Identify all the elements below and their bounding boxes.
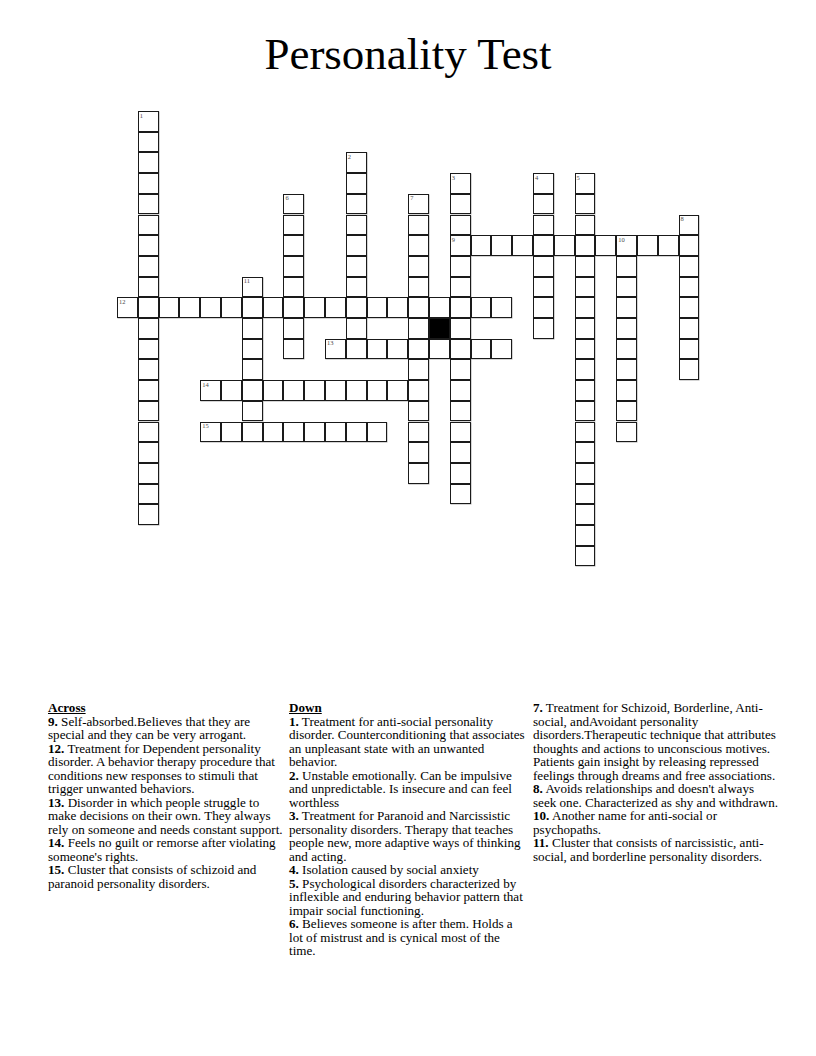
grid-cell-r1c1[interactable] <box>138 132 159 153</box>
grid-cell-r13c16[interactable] <box>450 380 471 401</box>
clue-number: 11. <box>533 835 549 850</box>
clue-number: 5. <box>289 876 299 891</box>
grid-cell-r5c1[interactable] <box>138 215 159 236</box>
grid-cell-r12c27[interactable] <box>679 359 700 380</box>
grid-cell-r11c18[interactable] <box>491 339 512 360</box>
grid-cell-r17c14[interactable] <box>408 463 429 484</box>
grid-cell-r13c12[interactable] <box>367 380 388 401</box>
clue-down-3: 3. Treatment for Paranoid and Narcissist… <box>289 809 529 863</box>
grid-cell-r13c4[interactable]: 14 <box>200 380 221 401</box>
grid-cell-r12c14[interactable] <box>408 359 429 380</box>
grid-cell-r12c24[interactable] <box>616 359 637 380</box>
grid-cell-r6c14[interactable] <box>408 235 429 256</box>
clue-down-4: 4. Isolation caused by social anxiety <box>289 863 529 877</box>
grid-cell-r15c16[interactable] <box>450 422 471 443</box>
grid-cell-r15c1[interactable] <box>138 422 159 443</box>
grid-cell-r3c1[interactable] <box>138 173 159 194</box>
cell-number-10: 10 <box>618 236 625 243</box>
grid-cell-r12c16[interactable] <box>450 359 471 380</box>
grid-cell-r9c6[interactable] <box>242 297 263 318</box>
grid-cell-r9c9[interactable] <box>304 297 325 318</box>
grid-cell-r3c11[interactable] <box>346 173 367 194</box>
grid-cell-r7c1[interactable] <box>138 256 159 277</box>
grid-cell-r6c11[interactable] <box>346 235 367 256</box>
grid-cell-r13c24[interactable] <box>616 380 637 401</box>
grid-cell-r4c11[interactable] <box>346 194 367 215</box>
grid-cell-r9c13[interactable] <box>387 297 408 318</box>
cell-number-13: 13 <box>327 339 334 346</box>
grid-cell-r7c11[interactable] <box>346 256 367 277</box>
grid-cell-r4c1[interactable] <box>138 194 159 215</box>
clue-across-13: 13. Disorder in which people struggle to… <box>48 796 285 837</box>
grid-cell-r11c12[interactable] <box>367 339 388 360</box>
clue-number: 9. <box>48 714 58 729</box>
grid-cell-r6c8[interactable] <box>283 235 304 256</box>
cell-number-8: 8 <box>681 215 684 222</box>
grid-cell-r11c6[interactable] <box>242 339 263 360</box>
grid-cell-r8c24[interactable] <box>616 277 637 298</box>
grid-cell-r6c25[interactable] <box>637 235 658 256</box>
clue-down-5: 5. Psychological disorders characterized… <box>289 877 529 918</box>
grid-cell-r18c22[interactable] <box>575 484 596 505</box>
grid-cell-r10c6[interactable] <box>242 318 263 339</box>
grid-cell-r6c17[interactable] <box>471 235 492 256</box>
grid-cell-r14c14[interactable] <box>408 401 429 422</box>
grid-cell-r8c14[interactable] <box>408 277 429 298</box>
grid-cell-r12c22[interactable] <box>575 359 596 380</box>
grid-cell-r21c22[interactable] <box>575 546 596 567</box>
clue-across-12: 12. Treatment for Dependent personality … <box>48 742 285 796</box>
cell-number-15: 15 <box>202 422 209 429</box>
grid-cell-r7c16[interactable] <box>450 256 471 277</box>
grid-cell-r6c16[interactable]: 9 <box>450 235 471 256</box>
grid-cell-r6c26[interactable] <box>658 235 679 256</box>
grid-cell-r9c18[interactable] <box>491 297 512 318</box>
grid-cell-r15c9[interactable] <box>304 422 325 443</box>
clue-number: 1. <box>289 714 299 729</box>
grid-cell-r9c22[interactable] <box>575 297 596 318</box>
cell-number-12: 12 <box>119 298 126 305</box>
grid-cell-r16c1[interactable] <box>138 442 159 463</box>
grid-cell-r11c15[interactable] <box>429 339 450 360</box>
grid-cell-r9c24[interactable] <box>616 297 637 318</box>
grid-cell-r9c2[interactable] <box>159 297 180 318</box>
grid-cell-r7c24[interactable] <box>616 256 637 277</box>
clue-down-6: 6. Believes someone is after them. Holds… <box>289 917 529 958</box>
grid-cell-r4c14[interactable]: 7 <box>408 194 429 215</box>
grid-cell-r13c7[interactable] <box>263 380 284 401</box>
cell-number-4: 4 <box>535 174 538 181</box>
grid-cell-r11c27[interactable] <box>679 339 700 360</box>
clue-down-11: 11. Cluster that consists of narcissisti… <box>533 836 780 863</box>
page-title: Personality Test <box>0 28 816 80</box>
grid-cell-r5c11[interactable] <box>346 215 367 236</box>
grid-cell-r11c22[interactable] <box>575 339 596 360</box>
cell-number-14: 14 <box>202 381 209 388</box>
grid-cell-r10c8[interactable] <box>283 318 304 339</box>
grid-cell-r9c20[interactable] <box>533 297 554 318</box>
grid-cell-r11c10[interactable]: 13 <box>325 339 346 360</box>
grid-cell-r8c27[interactable] <box>679 277 700 298</box>
clue-down-7: 7. Treatment for Schizoid, Borderline, A… <box>533 701 780 782</box>
grid-cell-r15c11[interactable] <box>346 422 367 443</box>
grid-cell-r15c8[interactable] <box>283 422 304 443</box>
grid-cell-r14c6[interactable] <box>242 401 263 422</box>
grid-cell-r2c11[interactable]: 2 <box>346 152 367 173</box>
grid-cell-r16c16[interactable] <box>450 442 471 463</box>
grid-cell-r16c14[interactable] <box>408 442 429 463</box>
grid-cell-r9c4[interactable] <box>200 297 221 318</box>
grid-cell-r12c1[interactable] <box>138 359 159 380</box>
grid-cell-r13c10[interactable] <box>325 380 346 401</box>
grid-cell-r17c22[interactable] <box>575 463 596 484</box>
grid-cell-r10c22[interactable] <box>575 318 596 339</box>
grid-cell-r5c16[interactable] <box>450 215 471 236</box>
grid-cell-r15c10[interactable] <box>325 422 346 443</box>
grid-cell-r13c13[interactable] <box>387 380 408 401</box>
crossword-grid: 123456789101112131415 <box>117 111 700 567</box>
clue-down-8: 8. Avoids relationships and doesn't alwa… <box>533 782 780 809</box>
grid-cell-r6c27[interactable] <box>679 235 700 256</box>
clue-column-down-2: 7. Treatment for Schizoid, Borderline, A… <box>533 701 780 863</box>
clue-down-10: 10. Another name for anti-social or psyc… <box>533 809 780 836</box>
grid-cell-r9c7[interactable] <box>263 297 284 318</box>
clue-number: 3. <box>289 808 299 823</box>
grid-cell-r10c14[interactable] <box>408 318 429 339</box>
grid-cell-r20c22[interactable] <box>575 525 596 546</box>
grid-cell-r10c1[interactable] <box>138 318 159 339</box>
grid-cell-r14c24[interactable] <box>616 401 637 422</box>
grid-cell-r6c22[interactable] <box>575 235 596 256</box>
grid-cell-r8c6[interactable]: 11 <box>242 277 263 298</box>
grid-cell-r13c9[interactable] <box>304 380 325 401</box>
clue-number: 12. <box>48 741 64 756</box>
grid-cell-r13c11[interactable] <box>346 380 367 401</box>
grid-cell-r12c6[interactable] <box>242 359 263 380</box>
cell-number-2: 2 <box>348 153 351 160</box>
grid-cell-r9c27[interactable] <box>679 297 700 318</box>
grid-cell-r10c11[interactable] <box>346 318 367 339</box>
grid-cell-r7c20[interactable] <box>533 256 554 277</box>
grid-cell-r15c5[interactable] <box>221 422 242 443</box>
grid-cell-r6c20[interactable] <box>533 235 554 256</box>
grid-cell-r7c27[interactable] <box>679 256 700 277</box>
grid-cell-r5c14[interactable] <box>408 215 429 236</box>
grid-cell-r5c8[interactable] <box>283 215 304 236</box>
clue-number: 7. <box>533 700 543 715</box>
grid-cell-r8c8[interactable] <box>283 277 304 298</box>
grid-cell-r9c15[interactable] <box>429 297 450 318</box>
grid-cell-r8c11[interactable] <box>346 277 367 298</box>
grid-cell-r9c10[interactable] <box>325 297 346 318</box>
grid-cell-r13c8[interactable] <box>283 380 304 401</box>
clue-number: 14. <box>48 835 64 850</box>
grid-cell-r8c20[interactable] <box>533 277 554 298</box>
grid-cell-r13c5[interactable] <box>221 380 242 401</box>
cell-number-1: 1 <box>140 112 143 119</box>
clue-down-1: 1. Treatment for anti-social personality… <box>289 715 529 769</box>
grid-cell-r18c16[interactable] <box>450 484 471 505</box>
grid-cell-r5c20[interactable] <box>533 215 554 236</box>
black-cell-r10c15 <box>429 318 450 339</box>
cell-number-3: 3 <box>452 174 455 181</box>
grid-cell-r9c5[interactable] <box>221 297 242 318</box>
clue-number: 10. <box>533 808 549 823</box>
grid-cell-r3c20[interactable]: 4 <box>533 173 554 194</box>
grid-cell-r6c18[interactable] <box>491 235 512 256</box>
cell-number-5: 5 <box>577 174 580 181</box>
grid-cell-r17c16[interactable] <box>450 463 471 484</box>
clue-across-15: 15. Cluster that consists of schizoid an… <box>48 863 285 890</box>
grid-cell-r9c14[interactable] <box>408 297 429 318</box>
grid-cell-r7c14[interactable] <box>408 256 429 277</box>
grid-cell-r10c27[interactable] <box>679 318 700 339</box>
grid-cell-r9c11[interactable] <box>346 297 367 318</box>
grid-cell-r11c17[interactable] <box>471 339 492 360</box>
grid-cell-r2c1[interactable] <box>138 152 159 173</box>
grid-cell-r13c6[interactable] <box>242 380 263 401</box>
grid-cell-r15c7[interactable] <box>263 422 284 443</box>
grid-cell-r17c1[interactable] <box>138 463 159 484</box>
grid-cell-r10c16[interactable] <box>450 318 471 339</box>
grid-cell-r11c11[interactable] <box>346 339 367 360</box>
grid-cell-r14c1[interactable] <box>138 401 159 422</box>
grid-cell-r10c24[interactable] <box>616 318 637 339</box>
grid-cell-r9c1[interactable] <box>138 297 159 318</box>
grid-cell-r5c22[interactable] <box>575 215 596 236</box>
grid-cell-r6c1[interactable] <box>138 235 159 256</box>
grid-cell-r3c16[interactable]: 3 <box>450 173 471 194</box>
clues-heading-across: Across <box>48 701 285 715</box>
grid-cell-r18c1[interactable] <box>138 484 159 505</box>
grid-cell-r14c16[interactable] <box>450 401 471 422</box>
clue-across-14: 14. Feels no guilt or remorse after viol… <box>48 836 285 863</box>
grid-cell-r6c19[interactable] <box>512 235 533 256</box>
grid-cell-r11c1[interactable] <box>138 339 159 360</box>
clue-across-9: 9. Self-absorbed.Believes that they are … <box>48 715 285 742</box>
clue-number: 8. <box>533 781 543 796</box>
clues-heading-down: Down <box>289 701 529 715</box>
grid-cell-r0c1[interactable]: 1 <box>138 111 159 132</box>
grid-cell-r9c17[interactable] <box>471 297 492 318</box>
grid-cell-r6c24[interactable]: 10 <box>616 235 637 256</box>
grid-cell-r9c8[interactable] <box>283 297 304 318</box>
grid-cell-r9c0[interactable]: 12 <box>117 297 138 318</box>
grid-cell-r15c14[interactable] <box>408 422 429 443</box>
cell-number-6: 6 <box>285 194 288 201</box>
grid-cell-r8c22[interactable] <box>575 277 596 298</box>
grid-cell-r11c8[interactable] <box>283 339 304 360</box>
grid-cell-r16c22[interactable] <box>575 442 596 463</box>
grid-cell-r19c22[interactable] <box>575 504 596 525</box>
grid-cell-r8c1[interactable] <box>138 277 159 298</box>
grid-cell-r11c13[interactable] <box>387 339 408 360</box>
clue-column-down-1: Down1. Treatment for anti-social persona… <box>289 701 529 958</box>
grid-cell-r3c22[interactable]: 5 <box>575 173 596 194</box>
cell-number-9: 9 <box>452 236 455 243</box>
grid-cell-r7c8[interactable] <box>283 256 304 277</box>
grid-cell-r15c24[interactable] <box>616 422 637 443</box>
grid-cell-r11c14[interactable] <box>408 339 429 360</box>
grid-cell-r6c21[interactable] <box>554 235 575 256</box>
grid-cell-r13c22[interactable] <box>575 380 596 401</box>
grid-cell-r13c14[interactable] <box>408 380 429 401</box>
grid-cell-r11c24[interactable] <box>616 339 637 360</box>
grid-cell-r9c16[interactable] <box>450 297 471 318</box>
grid-cell-r4c22[interactable] <box>575 194 596 215</box>
grid-cell-r15c4[interactable]: 15 <box>200 422 221 443</box>
grid-cell-r15c12[interactable] <box>367 422 388 443</box>
grid-cell-r9c12[interactable] <box>367 297 388 318</box>
grid-cell-r4c8[interactable]: 6 <box>283 194 304 215</box>
grid-cell-r13c1[interactable] <box>138 380 159 401</box>
clue-number: 13. <box>48 795 64 810</box>
grid-cell-r5c27[interactable]: 8 <box>679 215 700 236</box>
grid-cell-r4c20[interactable] <box>533 194 554 215</box>
clue-number: 6. <box>289 916 299 931</box>
clue-column-across: Across9. Self-absorbed.Believes that the… <box>48 701 285 890</box>
grid-cell-r11c16[interactable] <box>450 339 471 360</box>
grid-cell-r19c1[interactable] <box>138 504 159 525</box>
grid-cell-r7c22[interactable] <box>575 256 596 277</box>
clue-down-2: 2. Unstable emotionally. Can be impulsiv… <box>289 769 529 810</box>
grid-cell-r14c22[interactable] <box>575 401 596 422</box>
cell-number-7: 7 <box>410 194 413 201</box>
grid-cell-r15c6[interactable] <box>242 422 263 443</box>
grid-cell-r9c3[interactable] <box>179 297 200 318</box>
grid-cell-r6c23[interactable] <box>595 235 616 256</box>
grid-cell-r15c22[interactable] <box>575 422 596 443</box>
grid-cell-r8c16[interactable] <box>450 277 471 298</box>
clue-number: 2. <box>289 768 299 783</box>
clue-number: 15. <box>48 862 64 877</box>
grid-cell-r4c16[interactable] <box>450 194 471 215</box>
grid-cell-r10c20[interactable] <box>533 318 554 339</box>
cell-number-11: 11 <box>244 277 250 284</box>
